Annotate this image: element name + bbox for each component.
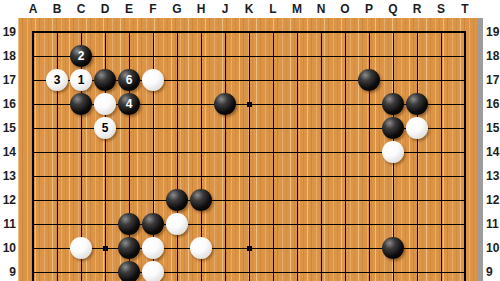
stone-black[interactable] [190, 189, 212, 211]
column-label: G [165, 1, 189, 17]
go-diagram: ABCDEFGHJKLMNOPQRST 19181716151413121110… [0, 0, 500, 281]
row-label: 10 [486, 236, 500, 260]
stone-black[interactable] [142, 213, 164, 235]
stone-white[interactable]: 1 [70, 69, 92, 91]
stone-white[interactable]: 5 [94, 117, 116, 139]
row-label: 14 [0, 140, 16, 164]
row-label: 18 [486, 44, 500, 68]
row-label: 17 [0, 68, 16, 92]
move-number: 2 [78, 49, 85, 63]
row-label: 18 [0, 44, 16, 68]
column-label: J [213, 1, 237, 17]
stone-white[interactable] [190, 237, 212, 259]
stone-black[interactable] [214, 93, 236, 115]
column-label: N [309, 1, 333, 17]
row-label: 19 [0, 20, 16, 44]
row-label: 9 [486, 260, 500, 281]
stone-black[interactable]: 4 [118, 93, 140, 115]
stone-black[interactable] [166, 189, 188, 211]
row-label: 11 [0, 212, 16, 236]
column-label: R [405, 1, 429, 17]
row-label: 9 [0, 260, 16, 281]
stone-white[interactable] [142, 69, 164, 91]
column-label: L [261, 1, 285, 17]
move-number: 3 [54, 73, 61, 87]
column-label: C [69, 1, 93, 17]
stone-black[interactable] [94, 69, 116, 91]
row-label: 15 [0, 116, 16, 140]
column-label: B [45, 1, 69, 17]
column-label: P [357, 1, 381, 17]
move-number: 5 [102, 121, 109, 135]
row-label: 17 [486, 68, 500, 92]
move-number: 1 [78, 73, 85, 87]
stone-white[interactable] [166, 213, 188, 235]
stone-white[interactable] [382, 141, 404, 163]
stone-black[interactable]: 2 [70, 45, 92, 67]
stone-white[interactable]: 3 [46, 69, 68, 91]
stones-grid: 264315 [21, 20, 477, 281]
stone-black[interactable] [70, 93, 92, 115]
stone-black[interactable] [118, 213, 140, 235]
column-label: A [21, 1, 45, 17]
row-label: 15 [486, 116, 500, 140]
row-label: 12 [486, 188, 500, 212]
stone-white[interactable] [70, 237, 92, 259]
board-edge-shadow [477, 18, 483, 281]
stone-white[interactable] [142, 237, 164, 259]
row-label: 19 [486, 20, 500, 44]
column-label: E [117, 1, 141, 17]
column-label: K [237, 1, 261, 17]
go-board[interactable]: 264315 [18, 18, 477, 281]
move-number: 6 [126, 73, 133, 87]
column-label: S [429, 1, 453, 17]
column-label: O [333, 1, 357, 17]
stone-black[interactable] [406, 93, 428, 115]
stone-black[interactable] [118, 237, 140, 259]
stone-black[interactable] [118, 261, 140, 281]
row-label: 11 [486, 212, 500, 236]
row-label: 16 [0, 92, 16, 116]
column-label: H [189, 1, 213, 17]
stone-white[interactable] [142, 261, 164, 281]
move-number: 4 [126, 97, 133, 111]
stone-white[interactable] [94, 93, 116, 115]
stone-white[interactable] [406, 117, 428, 139]
row-label: 13 [0, 164, 16, 188]
row-label: 10 [0, 236, 16, 260]
stone-black[interactable] [382, 117, 404, 139]
row-label: 16 [486, 92, 500, 116]
column-label: M [285, 1, 309, 17]
stone-black[interactable]: 6 [118, 69, 140, 91]
stone-black[interactable] [358, 69, 380, 91]
row-label: 13 [486, 164, 500, 188]
column-label: Q [381, 1, 405, 17]
column-label: D [93, 1, 117, 17]
row-label: 14 [486, 140, 500, 164]
row-label: 12 [0, 188, 16, 212]
column-label: T [453, 1, 477, 17]
column-label: F [141, 1, 165, 17]
stone-black[interactable] [382, 237, 404, 259]
stone-black[interactable] [382, 93, 404, 115]
